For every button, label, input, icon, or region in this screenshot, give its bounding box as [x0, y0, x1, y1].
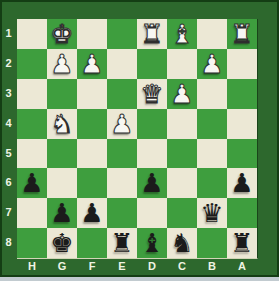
- square-f5[interactable]: [77, 139, 107, 169]
- square-d2[interactable]: [137, 49, 167, 79]
- white-pawn-icon[interactable]: ♟: [47, 49, 77, 79]
- square-d5[interactable]: [137, 139, 167, 169]
- white-queen-icon[interactable]: ♛: [137, 79, 167, 109]
- square-a8[interactable]: ♜: [227, 228, 257, 258]
- square-h3[interactable]: [17, 79, 47, 109]
- black-knight-icon[interactable]: ♞: [167, 228, 197, 258]
- square-a6[interactable]: ♟: [227, 168, 257, 198]
- square-a2[interactable]: [227, 49, 257, 79]
- square-c8[interactable]: ♞: [167, 228, 197, 258]
- square-f4[interactable]: [77, 109, 107, 139]
- square-b2[interactable]: ♟: [197, 49, 227, 79]
- square-c2[interactable]: [167, 49, 197, 79]
- square-g4[interactable]: ♞: [47, 109, 77, 139]
- square-g7[interactable]: ♟: [47, 198, 77, 228]
- white-rook-icon[interactable]: ♜: [227, 19, 257, 49]
- black-pawn-icon[interactable]: ♟: [17, 168, 47, 198]
- square-f2[interactable]: ♟: [77, 49, 107, 79]
- square-h4[interactable]: [17, 109, 47, 139]
- square-f6[interactable]: [77, 168, 107, 198]
- black-bishop-icon[interactable]: ♝: [137, 228, 167, 258]
- square-c5[interactable]: [167, 139, 197, 169]
- square-b8[interactable]: [197, 228, 227, 258]
- black-king-icon[interactable]: ♚: [47, 228, 77, 258]
- square-b3[interactable]: [197, 79, 227, 109]
- square-g1[interactable]: ♚: [47, 19, 77, 49]
- square-e3[interactable]: [107, 79, 137, 109]
- white-pawn-icon[interactable]: ♟: [77, 49, 107, 79]
- square-e2[interactable]: [107, 49, 137, 79]
- square-b7[interactable]: ♛: [197, 198, 227, 228]
- black-pawn-icon[interactable]: ♟: [227, 168, 257, 198]
- chess-board: ♚♜♝♜♟♟♟♛♟♞♟♟♟♟♟♟♛♚♜♝♞♜: [17, 19, 258, 259]
- square-c1[interactable]: ♝: [167, 19, 197, 49]
- white-knight-icon[interactable]: ♞: [47, 109, 77, 139]
- black-rook-icon[interactable]: ♜: [107, 228, 137, 258]
- square-f7[interactable]: ♟: [77, 198, 107, 228]
- black-pawn-icon[interactable]: ♟: [137, 168, 167, 198]
- square-e6[interactable]: [107, 168, 137, 198]
- white-pawn-icon[interactable]: ♟: [167, 79, 197, 109]
- square-b1[interactable]: [197, 19, 227, 49]
- square-g3[interactable]: [47, 79, 77, 109]
- square-g2[interactable]: ♟: [47, 49, 77, 79]
- square-f3[interactable]: [77, 79, 107, 109]
- white-pawn-icon[interactable]: ♟: [197, 49, 227, 79]
- square-a5[interactable]: [227, 139, 257, 169]
- square-b4[interactable]: [197, 109, 227, 139]
- square-e7[interactable]: [107, 198, 137, 228]
- square-h2[interactable]: [17, 49, 47, 79]
- black-rook-icon[interactable]: ♜: [227, 228, 257, 258]
- square-d3[interactable]: ♛: [137, 79, 167, 109]
- square-h1[interactable]: [17, 19, 47, 49]
- square-b6[interactable]: [197, 168, 227, 198]
- square-h8[interactable]: [17, 228, 47, 258]
- square-f1[interactable]: [77, 19, 107, 49]
- square-d4[interactable]: [137, 109, 167, 139]
- square-d8[interactable]: ♝: [137, 228, 167, 258]
- white-bishop-icon[interactable]: ♝: [167, 19, 197, 49]
- square-d7[interactable]: [137, 198, 167, 228]
- square-d6[interactable]: ♟: [137, 168, 167, 198]
- square-h5[interactable]: [17, 139, 47, 169]
- square-c3[interactable]: ♟: [167, 79, 197, 109]
- white-rook-icon[interactable]: ♜: [137, 19, 167, 49]
- square-e4[interactable]: ♟: [107, 109, 137, 139]
- square-c4[interactable]: [167, 109, 197, 139]
- square-h6[interactable]: ♟: [17, 168, 47, 198]
- square-h7[interactable]: [17, 198, 47, 228]
- square-g8[interactable]: ♚: [47, 228, 77, 258]
- black-pawn-icon[interactable]: ♟: [47, 198, 77, 228]
- square-c7[interactable]: [167, 198, 197, 228]
- black-queen-icon[interactable]: ♛: [197, 198, 227, 228]
- square-e8[interactable]: ♜: [107, 228, 137, 258]
- square-e5[interactable]: [107, 139, 137, 169]
- square-g6[interactable]: [47, 168, 77, 198]
- white-pawn-icon[interactable]: ♟: [107, 109, 137, 139]
- square-e1[interactable]: [107, 19, 137, 49]
- black-pawn-icon[interactable]: ♟: [77, 198, 107, 228]
- square-a7[interactable]: [227, 198, 257, 228]
- chess-diagram: ♚♜♝♜♟♟♟♛♟♞♟♟♟♟♟♟♛♚♜♝♞♜ 12345678 HGFEDCBA: [0, 0, 279, 281]
- square-a1[interactable]: ♜: [227, 19, 257, 49]
- square-a3[interactable]: [227, 79, 257, 109]
- square-a4[interactable]: [227, 109, 257, 139]
- square-b5[interactable]: [197, 139, 227, 169]
- white-king-icon[interactable]: ♚: [47, 19, 77, 49]
- square-g5[interactable]: [47, 139, 77, 169]
- square-c6[interactable]: [167, 168, 197, 198]
- square-f8[interactable]: [77, 228, 107, 258]
- page-edge-strip: [0, 277, 279, 281]
- square-d1[interactable]: ♜: [137, 19, 167, 49]
